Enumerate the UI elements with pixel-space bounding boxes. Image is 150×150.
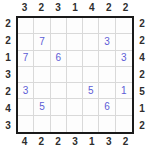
clue-bottom-3: 2 — [50, 134, 67, 150]
clue-left-3: 1 — [0, 50, 16, 67]
clue-left-2: 2 — [0, 33, 16, 50]
cell-r4c5[interactable] — [83, 67, 99, 83]
clue-top-7: 2 — [117, 0, 134, 16]
cell-r6c5[interactable] — [83, 99, 99, 115]
cell-r6c7[interactable] — [116, 99, 132, 115]
clue-top-5: 4 — [83, 0, 100, 16]
cell-r7c2[interactable] — [34, 116, 50, 132]
clue-bottom-5: 1 — [83, 134, 100, 150]
clue-left-1: 2 — [0, 16, 16, 33]
clue-right-7: 2 — [134, 117, 150, 134]
cell-r1c3[interactable] — [51, 18, 67, 34]
cell-r4c1[interactable] — [18, 67, 34, 83]
cell-r5c7[interactable]: 1 — [116, 83, 132, 99]
clue-left-4: 3 — [0, 67, 16, 84]
cell-r3c5[interactable] — [83, 51, 99, 67]
clue-top-1: 3 — [16, 0, 33, 16]
cell-r3c2[interactable] — [34, 51, 50, 67]
cell-r5c1[interactable]: 3 — [18, 83, 34, 99]
clue-left-7: 3 — [0, 117, 16, 134]
cell-r5c4[interactable] — [67, 83, 83, 99]
clues-bottom: 4223132 — [16, 134, 134, 150]
cell-r7c7[interactable] — [116, 116, 132, 132]
cell-r1c6[interactable] — [99, 18, 115, 34]
cell-r2c3[interactable] — [51, 34, 67, 50]
cell-r5c2[interactable] — [34, 83, 50, 99]
clue-bottom-4: 3 — [67, 134, 84, 150]
cell-r2c2[interactable]: 7 — [34, 34, 50, 50]
cell-r7c4[interactable] — [67, 116, 83, 132]
clue-right-1: 2 — [134, 16, 150, 33]
clue-bottom-2: 2 — [33, 134, 50, 150]
clues-top: 3231422 — [16, 0, 134, 16]
clues-right: 2242512 — [134, 16, 150, 134]
skyscrapers-puzzle: 3231422 4223132 2213243 2242512 73763351… — [0, 0, 150, 150]
skyscrapers-board: 7376335156 — [16, 16, 134, 134]
cell-r1c7[interactable] — [116, 18, 132, 34]
cell-r6c4[interactable] — [67, 99, 83, 115]
cell-r1c4[interactable] — [67, 18, 83, 34]
cell-r1c1[interactable] — [18, 18, 34, 34]
clue-right-4: 2 — [134, 67, 150, 84]
cell-r6c1[interactable] — [18, 99, 34, 115]
cell-r7c6[interactable] — [99, 116, 115, 132]
cell-r3c4[interactable] — [67, 51, 83, 67]
cell-r4c2[interactable] — [34, 67, 50, 83]
cell-r1c5[interactable] — [83, 18, 99, 34]
cell-r4c7[interactable] — [116, 67, 132, 83]
clue-left-5: 2 — [0, 83, 16, 100]
cell-r5c3[interactable] — [51, 83, 67, 99]
cell-r4c6[interactable] — [99, 67, 115, 83]
clue-top-3: 3 — [50, 0, 67, 16]
cell-r7c3[interactable] — [51, 116, 67, 132]
cell-r2c1[interactable] — [18, 34, 34, 50]
clue-top-2: 2 — [33, 0, 50, 16]
cell-r2c5[interactable] — [83, 34, 99, 50]
cell-r2c4[interactable] — [67, 34, 83, 50]
clue-left-6: 4 — [0, 100, 16, 117]
cell-r1c2[interactable] — [34, 18, 50, 34]
clue-top-6: 2 — [100, 0, 117, 16]
cell-r6c6[interactable]: 6 — [99, 99, 115, 115]
clues-left: 2213243 — [0, 16, 16, 134]
clue-bottom-7: 2 — [117, 134, 134, 150]
cell-r3c6[interactable] — [99, 51, 115, 67]
clue-right-3: 4 — [134, 50, 150, 67]
cell-r2c6[interactable]: 3 — [99, 34, 115, 50]
clue-right-5: 5 — [134, 83, 150, 100]
cell-r2c7[interactable] — [116, 34, 132, 50]
cell-r5c5[interactable]: 5 — [83, 83, 99, 99]
clue-bottom-6: 3 — [100, 134, 117, 150]
cell-r6c3[interactable] — [51, 99, 67, 115]
cell-r5c6[interactable] — [99, 83, 115, 99]
cell-r4c3[interactable] — [51, 67, 67, 83]
cell-r3c3[interactable]: 6 — [51, 51, 67, 67]
clue-top-4: 1 — [67, 0, 84, 16]
clue-right-6: 1 — [134, 100, 150, 117]
cell-r4c4[interactable] — [67, 67, 83, 83]
clue-right-2: 2 — [134, 33, 150, 50]
cell-r3c1[interactable]: 7 — [18, 51, 34, 67]
clue-bottom-1: 4 — [16, 134, 33, 150]
cell-r7c5[interactable] — [83, 116, 99, 132]
cell-r6c2[interactable]: 5 — [34, 99, 50, 115]
cell-r3c7[interactable]: 3 — [116, 51, 132, 67]
cell-r7c1[interactable] — [18, 116, 34, 132]
